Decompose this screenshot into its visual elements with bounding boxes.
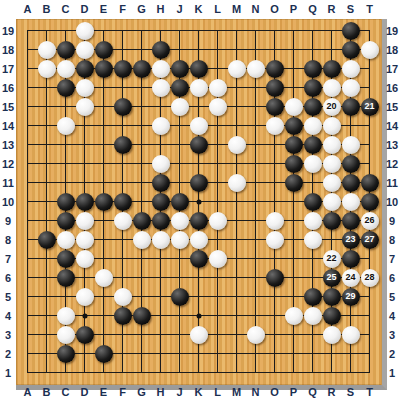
column-label-top: M <box>232 3 241 15</box>
column-label-top: P <box>290 3 297 15</box>
move-number-label: 28 <box>364 273 374 282</box>
white-stone-M11[interactable] <box>228 174 246 192</box>
black-stone-S5[interactable]: 29 <box>342 288 360 306</box>
white-stone-D8[interactable] <box>76 231 94 249</box>
black-stone-T10[interactable] <box>361 193 379 211</box>
black-stone-T15[interactable]: 21 <box>361 98 379 116</box>
black-stone-C16[interactable] <box>57 79 75 97</box>
white-stone-D5[interactable] <box>76 288 94 306</box>
black-stone-C9[interactable] <box>57 212 75 230</box>
white-stone-H8[interactable] <box>152 231 170 249</box>
black-stone-O17[interactable] <box>266 60 284 78</box>
white-stone-N17[interactable] <box>247 60 265 78</box>
hoshi-point <box>196 199 201 204</box>
black-stone-O16[interactable] <box>266 79 284 97</box>
white-stone-P4[interactable] <box>285 307 303 325</box>
white-stone-Q9[interactable] <box>304 212 322 230</box>
black-stone-E17[interactable] <box>95 60 113 78</box>
column-label-top: G <box>137 3 146 15</box>
white-stone-R12[interactable] <box>323 155 341 173</box>
column-label-bottom: L <box>214 386 221 398</box>
row-label-left: 19 <box>1 25 15 37</box>
move-number-label: 25 <box>326 273 336 282</box>
white-stone-O8[interactable] <box>266 231 284 249</box>
white-stone-R15[interactable]: 20 <box>323 98 341 116</box>
row-label-right: 15 <box>385 101 399 113</box>
row-label-left: 8 <box>1 234 15 246</box>
row-label-left: 6 <box>1 272 15 284</box>
black-stone-F17[interactable] <box>114 60 132 78</box>
row-label-right: 12 <box>385 158 399 170</box>
white-stone-C4[interactable] <box>57 307 75 325</box>
black-stone-S15[interactable] <box>342 98 360 116</box>
black-stone-B8[interactable] <box>38 231 56 249</box>
white-stone-Q14[interactable] <box>304 117 322 135</box>
white-stone-R11[interactable] <box>323 174 341 192</box>
black-stone-S19[interactable] <box>342 22 360 40</box>
black-stone-G9[interactable] <box>133 212 151 230</box>
white-stone-Q12[interactable] <box>304 155 322 173</box>
column-label-bottom: C <box>62 386 70 398</box>
black-stone-F10[interactable] <box>114 193 132 211</box>
grid-line-horizontal <box>27 353 370 354</box>
black-stone-H10[interactable] <box>152 193 170 211</box>
grid-line-horizontal <box>27 277 370 278</box>
column-label-bottom: Q <box>308 386 317 398</box>
black-stone-J5[interactable] <box>171 288 189 306</box>
white-stone-S3[interactable] <box>342 326 360 344</box>
row-label-left: 16 <box>1 82 15 94</box>
black-stone-T11[interactable] <box>361 174 379 192</box>
column-label-bottom: S <box>347 386 354 398</box>
black-stone-K11[interactable] <box>190 174 208 192</box>
white-stone-H14[interactable] <box>152 117 170 135</box>
black-stone-F15[interactable] <box>114 98 132 116</box>
move-number-label: 24 <box>345 273 355 282</box>
white-stone-M17[interactable] <box>228 60 246 78</box>
column-label-bottom: E <box>100 386 107 398</box>
white-stone-K14[interactable] <box>190 117 208 135</box>
white-stone-H12[interactable] <box>152 155 170 173</box>
row-label-right: 9 <box>385 215 399 227</box>
row-label-right: 2 <box>385 348 399 360</box>
black-stone-J16[interactable] <box>171 79 189 97</box>
go-diagram-page: AABBCCDDEEFFGGHHJJKKLLMMNNOOPPQQRRSSTT19… <box>0 0 400 400</box>
white-stone-C8[interactable] <box>57 231 75 249</box>
column-label-top: A <box>24 3 32 15</box>
white-stone-S13[interactable] <box>342 136 360 154</box>
black-stone-Q15[interactable] <box>304 98 322 116</box>
black-stone-C18[interactable] <box>57 41 75 59</box>
white-stone-E6[interactable] <box>95 269 113 287</box>
grid-line-vertical <box>255 30 256 373</box>
black-stone-R17[interactable] <box>323 60 341 78</box>
white-stone-J8[interactable] <box>171 231 189 249</box>
black-stone-S18[interactable] <box>342 41 360 59</box>
column-label-top: K <box>195 3 203 15</box>
white-stone-O9[interactable] <box>266 212 284 230</box>
row-label-right: 10 <box>385 196 399 208</box>
white-stone-H16[interactable] <box>152 79 170 97</box>
white-stone-Q8[interactable] <box>304 231 322 249</box>
column-label-top: R <box>328 3 336 15</box>
row-label-left: 10 <box>1 196 15 208</box>
column-label-bottom: P <box>290 386 297 398</box>
black-stone-D10[interactable] <box>76 193 94 211</box>
black-stone-P11[interactable] <box>285 174 303 192</box>
column-label-top: T <box>366 3 373 15</box>
row-label-right: 14 <box>385 120 399 132</box>
black-stone-K7[interactable] <box>190 250 208 268</box>
white-stone-L9[interactable] <box>209 212 227 230</box>
column-label-bottom: H <box>157 386 165 398</box>
black-stone-D3[interactable] <box>76 326 94 344</box>
row-label-right: 3 <box>385 329 399 341</box>
white-stone-R7[interactable]: 22 <box>323 250 341 268</box>
black-stone-R5[interactable] <box>323 288 341 306</box>
black-stone-Q10[interactable] <box>304 193 322 211</box>
white-stone-O14[interactable] <box>266 117 284 135</box>
white-stone-G8[interactable] <box>133 231 151 249</box>
black-stone-F4[interactable] <box>114 307 132 325</box>
white-stone-D19[interactable] <box>76 22 94 40</box>
column-label-bottom: M <box>232 386 241 398</box>
white-stone-T6[interactable]: 28 <box>361 269 379 287</box>
column-label-top: O <box>270 3 279 15</box>
column-label-bottom: F <box>119 386 126 398</box>
white-stone-R14[interactable] <box>323 117 341 135</box>
hoshi-point <box>82 313 87 318</box>
black-stone-Q16[interactable] <box>304 79 322 97</box>
row-label-left: 13 <box>1 139 15 151</box>
row-label-left: 7 <box>1 253 15 265</box>
black-stone-P14[interactable] <box>285 117 303 135</box>
column-label-top: F <box>119 3 126 15</box>
black-stone-Q17[interactable] <box>304 60 322 78</box>
column-label-top: E <box>100 3 107 15</box>
row-label-right: 6 <box>385 272 399 284</box>
white-stone-K16[interactable] <box>190 79 208 97</box>
hoshi-point <box>196 313 201 318</box>
white-stone-L16[interactable] <box>209 79 227 97</box>
move-number-label: 20 <box>326 102 336 111</box>
black-stone-S9[interactable] <box>342 212 360 230</box>
row-label-left: 2 <box>1 348 15 360</box>
row-label-left: 14 <box>1 120 15 132</box>
white-stone-C3[interactable] <box>57 326 75 344</box>
white-stone-S16[interactable] <box>342 79 360 97</box>
row-label-right: 16 <box>385 82 399 94</box>
white-stone-C17[interactable] <box>57 60 75 78</box>
black-stone-S7[interactable] <box>342 250 360 268</box>
column-label-top: D <box>81 3 89 15</box>
column-label-bottom: T <box>366 386 373 398</box>
grid-line-vertical <box>236 30 237 373</box>
black-stone-Q13[interactable] <box>304 136 322 154</box>
column-label-top: C <box>62 3 70 15</box>
white-stone-S6[interactable]: 24 <box>342 269 360 287</box>
column-label-bottom: G <box>137 386 146 398</box>
black-stone-K13[interactable] <box>190 136 208 154</box>
black-stone-S8[interactable]: 23 <box>342 231 360 249</box>
row-label-left: 17 <box>1 63 15 75</box>
white-stone-S17[interactable] <box>342 60 360 78</box>
move-number-label: 21 <box>364 102 374 111</box>
black-stone-S11[interactable] <box>342 174 360 192</box>
white-stone-R16[interactable] <box>323 79 341 97</box>
column-label-bottom: B <box>43 386 51 398</box>
white-stone-R10[interactable] <box>323 193 341 211</box>
black-stone-T8[interactable]: 27 <box>361 231 379 249</box>
black-stone-R4[interactable] <box>323 307 341 325</box>
column-label-top: S <box>347 3 354 15</box>
black-stone-O6[interactable] <box>266 269 284 287</box>
white-stone-M13[interactable] <box>228 136 246 154</box>
row-label-right: 19 <box>385 25 399 37</box>
column-label-top: B <box>43 3 51 15</box>
row-label-left: 5 <box>1 291 15 303</box>
black-stone-D17[interactable] <box>76 60 94 78</box>
black-stone-C6[interactable] <box>57 269 75 287</box>
column-label-top: J <box>176 3 182 15</box>
grid-line-horizontal <box>27 372 370 373</box>
white-stone-J9[interactable] <box>171 212 189 230</box>
move-number-label: 22 <box>326 254 336 263</box>
row-label-left: 11 <box>1 177 15 189</box>
black-stone-C10[interactable] <box>57 193 75 211</box>
white-stone-D16[interactable] <box>76 79 94 97</box>
black-stone-R9[interactable] <box>323 212 341 230</box>
white-stone-J15[interactable] <box>171 98 189 116</box>
row-label-left: 9 <box>1 215 15 227</box>
row-label-left: 12 <box>1 158 15 170</box>
black-stone-H18[interactable] <box>152 41 170 59</box>
column-label-bottom: N <box>252 386 260 398</box>
black-stone-C7[interactable] <box>57 250 75 268</box>
white-stone-L7[interactable] <box>209 250 227 268</box>
black-stone-K17[interactable] <box>190 60 208 78</box>
white-stone-F5[interactable] <box>114 288 132 306</box>
row-label-right: 5 <box>385 291 399 303</box>
row-label-right: 11 <box>385 177 399 189</box>
black-stone-Q5[interactable] <box>304 288 322 306</box>
white-stone-K3[interactable] <box>190 326 208 344</box>
black-stone-J17[interactable] <box>171 60 189 78</box>
row-label-left: 3 <box>1 329 15 341</box>
white-stone-T18[interactable] <box>361 41 379 59</box>
column-label-bottom: A <box>24 386 32 398</box>
black-stone-F13[interactable] <box>114 136 132 154</box>
row-label-right: 17 <box>385 63 399 75</box>
column-label-top: L <box>214 3 221 15</box>
white-stone-D15[interactable] <box>76 98 94 116</box>
white-stone-N3[interactable] <box>247 326 265 344</box>
white-stone-R13[interactable] <box>323 136 341 154</box>
white-stone-R3[interactable] <box>323 326 341 344</box>
column-label-bottom: J <box>176 386 182 398</box>
row-label-right: 4 <box>385 310 399 322</box>
move-number-label: 23 <box>345 235 355 244</box>
row-label-left: 15 <box>1 101 15 113</box>
row-label-left: 4 <box>1 310 15 322</box>
white-stone-Q4[interactable] <box>304 307 322 325</box>
black-stone-G17[interactable] <box>133 60 151 78</box>
move-number-label: 27 <box>364 235 374 244</box>
black-stone-K9[interactable] <box>190 212 208 230</box>
black-stone-H11[interactable] <box>152 174 170 192</box>
column-label-bottom: D <box>81 386 89 398</box>
white-stone-F9[interactable] <box>114 212 132 230</box>
row-label-right: 1 <box>385 367 399 379</box>
black-stone-J10[interactable] <box>171 193 189 211</box>
black-stone-P13[interactable] <box>285 136 303 154</box>
black-stone-E18[interactable] <box>95 41 113 59</box>
black-stone-E10[interactable] <box>95 193 113 211</box>
row-label-left: 1 <box>1 367 15 379</box>
black-stone-S12[interactable] <box>342 155 360 173</box>
white-stone-T9[interactable]: 26 <box>361 212 379 230</box>
row-label-right: 8 <box>385 234 399 246</box>
row-label-right: 7 <box>385 253 399 265</box>
column-label-bottom: R <box>328 386 336 398</box>
row-label-left: 18 <box>1 44 15 56</box>
black-stone-P12[interactable] <box>285 155 303 173</box>
white-stone-S10[interactable] <box>342 193 360 211</box>
white-stone-C14[interactable] <box>57 117 75 135</box>
white-stone-D7[interactable] <box>76 250 94 268</box>
white-stone-B18[interactable] <box>38 41 56 59</box>
white-stone-K8[interactable] <box>190 231 208 249</box>
column-label-top: N <box>252 3 260 15</box>
column-label-top: Q <box>308 3 317 15</box>
black-stone-H9[interactable] <box>152 212 170 230</box>
move-number-label: 26 <box>364 216 374 225</box>
row-label-right: 13 <box>385 139 399 151</box>
move-number-label: 29 <box>345 292 355 301</box>
white-stone-P15[interactable] <box>285 98 303 116</box>
column-label-top: H <box>157 3 165 15</box>
white-stone-D9[interactable] <box>76 212 94 230</box>
black-stone-G4[interactable] <box>133 307 151 325</box>
white-stone-D18[interactable] <box>76 41 94 59</box>
white-stone-L15[interactable] <box>209 98 227 116</box>
column-label-bottom: K <box>195 386 203 398</box>
black-stone-R6[interactable]: 25 <box>323 269 341 287</box>
black-stone-C2[interactable] <box>57 345 75 363</box>
column-label-bottom: O <box>270 386 279 398</box>
row-label-right: 18 <box>385 44 399 56</box>
black-stone-E2[interactable] <box>95 345 113 363</box>
white-stone-B17[interactable] <box>38 60 56 78</box>
white-stone-H17[interactable] <box>152 60 170 78</box>
black-stone-O15[interactable] <box>266 98 284 116</box>
